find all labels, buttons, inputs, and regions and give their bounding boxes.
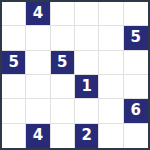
given-cell[interactable]: 4 [26, 2, 50, 26]
empty-cell[interactable] [26, 26, 50, 50]
empty-cell[interactable] [51, 99, 75, 123]
empty-cell[interactable] [99, 51, 123, 75]
empty-cell[interactable] [2, 124, 26, 148]
empty-cell[interactable] [51, 124, 75, 148]
empty-cell[interactable] [51, 75, 75, 99]
empty-cell[interactable] [75, 99, 99, 123]
empty-cell[interactable] [124, 2, 148, 26]
empty-cell[interactable] [75, 51, 99, 75]
empty-cell[interactable] [51, 2, 75, 26]
empty-cell[interactable] [26, 75, 50, 99]
given-cell[interactable]: 4 [26, 124, 50, 148]
empty-cell[interactable] [75, 2, 99, 26]
empty-cell[interactable] [75, 26, 99, 50]
empty-cell[interactable] [99, 26, 123, 50]
given-cell[interactable]: 5 [2, 51, 26, 75]
given-cell[interactable]: 5 [51, 51, 75, 75]
empty-cell[interactable] [99, 99, 123, 123]
empty-cell[interactable] [124, 124, 148, 148]
sudoku-board: 45551642 [0, 0, 150, 150]
empty-cell[interactable] [26, 99, 50, 123]
empty-cell[interactable] [99, 2, 123, 26]
empty-cell[interactable] [2, 99, 26, 123]
empty-cell[interactable] [26, 51, 50, 75]
empty-cell[interactable] [2, 2, 26, 26]
empty-cell[interactable] [99, 124, 123, 148]
empty-cell[interactable] [124, 51, 148, 75]
given-cell[interactable]: 6 [124, 99, 148, 123]
empty-cell[interactable] [99, 75, 123, 99]
empty-cell[interactable] [124, 75, 148, 99]
given-cell[interactable]: 1 [75, 75, 99, 99]
empty-cell[interactable] [2, 26, 26, 50]
empty-cell[interactable] [51, 26, 75, 50]
given-cell[interactable]: 2 [75, 124, 99, 148]
empty-cell[interactable] [2, 75, 26, 99]
given-cell[interactable]: 5 [124, 26, 148, 50]
